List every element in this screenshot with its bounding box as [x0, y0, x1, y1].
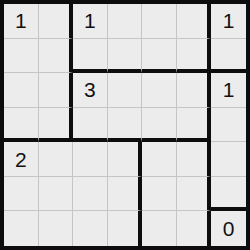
room-clue: 2	[15, 149, 27, 170]
cell-r1c2[interactable]	[73, 39, 108, 74]
cell-r5c2[interactable]	[73, 177, 108, 212]
cell-r4c3[interactable]	[108, 142, 143, 177]
cell-r2c2[interactable]: 3	[73, 73, 108, 108]
cell-r2c4[interactable]	[142, 73, 177, 108]
cell-r1c5[interactable]	[177, 39, 212, 74]
cell-r4c1[interactable]	[39, 142, 74, 177]
cell-r4c0[interactable]: 2	[4, 142, 39, 177]
cell-r4c5[interactable]	[177, 142, 212, 177]
cell-r6c2[interactable]	[73, 211, 108, 246]
cell-r0c6[interactable]: 1	[211, 4, 246, 39]
cell-r1c1[interactable]	[39, 39, 74, 74]
cell-r5c0[interactable]	[4, 177, 39, 212]
cell-r2c1[interactable]	[39, 73, 74, 108]
room-clue: 1	[15, 10, 27, 31]
cell-r4c2[interactable]	[73, 142, 108, 177]
room-clue: 1	[223, 10, 235, 31]
cell-r2c3[interactable]	[108, 73, 143, 108]
cell-r0c4[interactable]	[142, 4, 177, 39]
cell-r6c3[interactable]	[108, 211, 143, 246]
cell-r3c3[interactable]	[108, 108, 143, 143]
cell-r6c0[interactable]	[4, 211, 39, 246]
heyawake-board: 1113120	[0, 0, 250, 250]
cell-r6c1[interactable]	[39, 211, 74, 246]
cell-r6c4[interactable]	[142, 211, 177, 246]
room-clue: 3	[84, 79, 96, 100]
cell-r3c6[interactable]	[211, 108, 246, 143]
cell-r0c5[interactable]	[177, 4, 212, 39]
cell-r6c6[interactable]: 0	[211, 211, 246, 246]
cell-r3c1[interactable]	[39, 108, 74, 143]
cell-r5c1[interactable]	[39, 177, 74, 212]
room-clue: 0	[223, 218, 235, 239]
room-clue: 1	[223, 79, 235, 100]
cell-r0c1[interactable]	[39, 4, 74, 39]
cell-r2c6[interactable]: 1	[211, 73, 246, 108]
cell-r0c2[interactable]: 1	[73, 4, 108, 39]
cell-r5c5[interactable]	[177, 177, 212, 212]
cell-r4c6[interactable]	[211, 142, 246, 177]
cell-r5c6[interactable]	[211, 177, 246, 212]
cell-r5c4[interactable]	[142, 177, 177, 212]
cell-r4c4[interactable]	[142, 142, 177, 177]
cell-r2c5[interactable]	[177, 73, 212, 108]
cell-r5c3[interactable]	[108, 177, 143, 212]
cell-r1c6[interactable]	[211, 39, 246, 74]
room-clue: 1	[84, 10, 96, 31]
cell-r6c5[interactable]	[177, 211, 212, 246]
cell-r3c2[interactable]	[73, 108, 108, 143]
cell-r1c0[interactable]	[4, 39, 39, 74]
cell-r3c4[interactable]	[142, 108, 177, 143]
cell-r2c0[interactable]	[4, 73, 39, 108]
cell-r1c4[interactable]	[142, 39, 177, 74]
cell-r0c0[interactable]: 1	[4, 4, 39, 39]
cell-r3c5[interactable]	[177, 108, 212, 143]
cell-r3c0[interactable]	[4, 108, 39, 143]
cell-r0c3[interactable]	[108, 4, 143, 39]
cell-r1c3[interactable]	[108, 39, 143, 74]
